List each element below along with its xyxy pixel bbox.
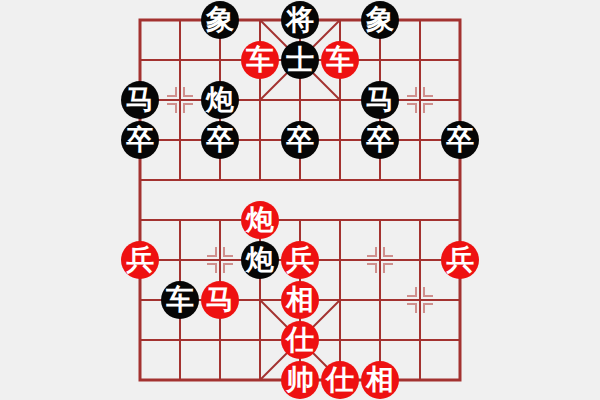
piece-black-horse[interactable]: 马 (121, 81, 159, 119)
piece-black-chariot[interactable]: 车 (161, 281, 199, 319)
piece-red-soldier[interactable]: 兵 (281, 241, 319, 279)
piece-red-general[interactable]: 帅 (281, 361, 319, 399)
xiangqi-board: 象将象车士车马炮马卒卒卒卒卒炮兵炮兵兵车马相仕帅仕相 (0, 0, 600, 400)
piece-black-soldier[interactable]: 卒 (201, 121, 239, 159)
piece-black-soldier[interactable]: 卒 (441, 121, 479, 159)
piece-black-elephant[interactable]: 象 (201, 1, 239, 39)
piece-red-advisor[interactable]: 仕 (321, 361, 359, 399)
piece-red-elephant[interactable]: 相 (361, 361, 399, 399)
piece-black-soldier[interactable]: 卒 (361, 121, 399, 159)
piece-black-advisor[interactable]: 士 (281, 41, 319, 79)
piece-red-soldier[interactable]: 兵 (441, 241, 479, 279)
piece-red-elephant[interactable]: 相 (281, 281, 319, 319)
piece-black-elephant[interactable]: 象 (361, 1, 399, 39)
piece-red-chariot[interactable]: 车 (321, 41, 359, 79)
piece-red-soldier[interactable]: 兵 (121, 241, 159, 279)
piece-black-horse[interactable]: 马 (361, 81, 399, 119)
piece-red-horse[interactable]: 马 (201, 281, 239, 319)
piece-red-chariot[interactable]: 车 (241, 41, 279, 79)
piece-black-general[interactable]: 将 (281, 1, 319, 39)
piece-black-cannon[interactable]: 炮 (241, 241, 279, 279)
piece-black-soldier[interactable]: 卒 (281, 121, 319, 159)
piece-red-cannon[interactable]: 炮 (241, 201, 279, 239)
piece-red-advisor[interactable]: 仕 (281, 321, 319, 359)
piece-black-cannon[interactable]: 炮 (201, 81, 239, 119)
piece-black-soldier[interactable]: 卒 (121, 121, 159, 159)
